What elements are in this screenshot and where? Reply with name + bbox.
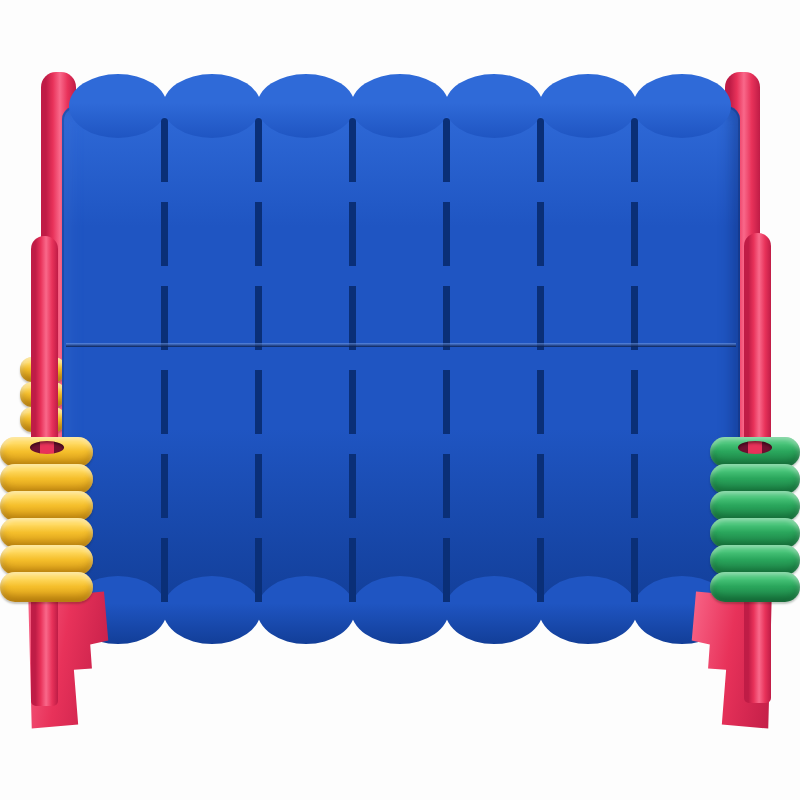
- board-middle-seam: [66, 343, 736, 347]
- right-spare-stack-top-hole: [738, 441, 772, 454]
- left-spare-yellow-ring-1: [0, 437, 93, 467]
- column-divider-groove-5: [537, 118, 544, 606]
- column-divider-groove-2: [255, 118, 262, 606]
- board-scallop-bottom-2: [163, 576, 261, 644]
- board-scallop-bottom-4: [351, 576, 449, 644]
- left-spare-stack-top-hole: [30, 441, 64, 454]
- board-scallop-bottom-3: [257, 576, 355, 644]
- board-scallop-bottom-6: [539, 576, 637, 644]
- board-scallop-top-1: [69, 74, 167, 138]
- right-spare-green-ring-6: [710, 572, 800, 602]
- column-divider-groove-1: [161, 118, 168, 606]
- left-spare-yellow-ring-5: [0, 545, 93, 575]
- right-spare-green-ring-2: [710, 464, 800, 494]
- board-scallop-top-6: [539, 74, 637, 138]
- column-divider-groove-3: [349, 118, 356, 606]
- right-spare-green-ring-3: [710, 491, 800, 521]
- right-spare-green-ring-4: [710, 518, 800, 548]
- column-divider-groove-6: [631, 118, 638, 606]
- board-scallop-top-2: [163, 74, 261, 138]
- right-spare-green-ring-1: [710, 437, 800, 467]
- board-scallop-top-4: [351, 74, 449, 138]
- column-divider-groove-4: [443, 118, 450, 606]
- board-scallop-top-3: [257, 74, 355, 138]
- board-scallop-bottom-5: [445, 576, 543, 644]
- right-spare-green-ring-5: [710, 545, 800, 575]
- left-spare-yellow-ring-6: [0, 572, 93, 602]
- board-scallop-top-7: [633, 74, 731, 138]
- left-spare-yellow-ring-3: [0, 491, 93, 521]
- left-spare-yellow-ring-2: [0, 464, 93, 494]
- giant-connect-four-photo: [0, 0, 800, 800]
- left-spare-yellow-ring-4: [0, 518, 93, 548]
- board-scallop-top-5: [445, 74, 543, 138]
